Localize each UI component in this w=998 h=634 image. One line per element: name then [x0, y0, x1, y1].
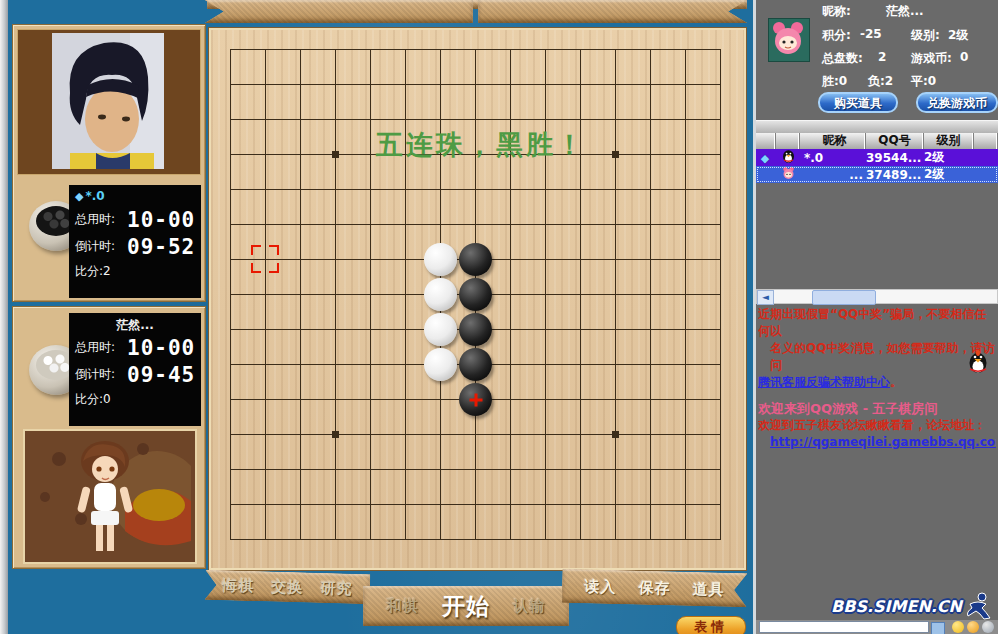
- white-stone: [424, 348, 457, 381]
- header-level: 级别: [924, 133, 974, 149]
- player-row-2[interactable]: ... 37489... 2级: [756, 166, 998, 183]
- runner-icon: [962, 592, 992, 620]
- white-stone: [424, 278, 457, 311]
- forum-invite-line: 欢迎到五子棋友论坛瞅瞅看看，论坛地址：: [758, 417, 996, 434]
- score-line: 比分:0: [75, 391, 201, 408]
- right-panel: 昵称: 茫然... 积分: -25 级别: 2级 总盘数: 2 游戏币: 0 胜…: [753, 0, 998, 634]
- coins-value: 0: [960, 50, 968, 64]
- player-row-1[interactable]: ◆ *.0 39544... 2级: [756, 149, 998, 166]
- level-value: 2级: [948, 27, 968, 44]
- forum-url-link[interactable]: http://qgameqilei.gamebbs.qq.com: [770, 435, 996, 449]
- row-level: 2级: [924, 166, 974, 183]
- black-stone: [459, 278, 492, 311]
- player-list: 昵称 QQ号 级别 ◆ *.0 39544... 2级 ...: [756, 133, 998, 183]
- player-top-card: ◆*.0 总用时:10-00 倒计时:09-52 比分:2: [12, 24, 206, 302]
- diamond-icon: ◆: [756, 151, 776, 165]
- panel-divider: [756, 120, 998, 134]
- start-button[interactable]: 开始: [442, 591, 490, 622]
- row-nick: ...: [800, 168, 866, 182]
- emote-button[interactable]: 表情: [676, 616, 746, 634]
- scam-warning-line1: 近期出现假冒“QQ中奖”骗局，不要相信任何以: [758, 306, 996, 340]
- player-bottom-name: 茫然...: [75, 317, 201, 334]
- penguin-icon: [776, 149, 800, 166]
- total-time-label: 总用时:: [75, 339, 127, 356]
- swap-button[interactable]: 交换: [271, 577, 304, 597]
- highlight-marker: [251, 245, 279, 273]
- countdown-label: 倒计时:: [75, 238, 127, 255]
- score-value: -25: [860, 27, 882, 41]
- score-line: 比分:2: [75, 263, 201, 280]
- row-level: 2级: [924, 149, 974, 166]
- player-list-header: 昵称 QQ号 级别: [756, 133, 998, 149]
- toolbar-left-ribbon: 悔棋 交换 研究: [205, 570, 371, 605]
- top-banner-left: [205, 0, 473, 23]
- level-label: 级别:: [911, 27, 940, 44]
- horizontal-scrollbar[interactable]: ◄: [756, 289, 998, 304]
- player-stat-avatar: [768, 18, 810, 62]
- window-edge: [0, 0, 8, 634]
- row-qq: 37489...: [866, 168, 924, 182]
- nick-label: 昵称:: [822, 3, 851, 20]
- last-move-cross-icon: [469, 393, 482, 406]
- items-button[interactable]: 道具: [693, 579, 725, 599]
- coins-label: 游戏币:: [911, 50, 952, 67]
- welcome-message: 欢迎来到QQ游戏 - 五子棋房间: [758, 400, 996, 417]
- header-qq: QQ号: [866, 133, 924, 149]
- player-avatar-picture: [23, 429, 197, 564]
- emoji-icon[interactable]: [967, 621, 979, 633]
- countdown-label: 倒计时:: [75, 366, 127, 383]
- game-window: ◆*.0 总用时:10-00 倒计时:09-52 比分:2 茫然... 总用时:…: [0, 0, 998, 634]
- lose-count: 负:2: [868, 73, 893, 90]
- player-top-clock: ◆*.0 总用时:10-00 倒计时:09-52 比分:2: [69, 185, 201, 298]
- row-qq: 39544...: [866, 151, 924, 165]
- countdown-value: 09-52: [127, 235, 195, 259]
- qq-penguin-icon: [968, 350, 988, 379]
- input-dropdown[interactable]: [931, 622, 945, 634]
- scroll-left-arrow[interactable]: ◄: [757, 290, 774, 305]
- player-bottom-card: 茫然... 总用时:10-00 倒计时:09-45 比分:0: [12, 306, 206, 569]
- study-button[interactable]: 研究: [320, 578, 353, 598]
- gomoku-board[interactable]: 五连珠，黑胜！: [209, 28, 746, 570]
- white-stone: [424, 313, 457, 346]
- sound-icon[interactable]: [982, 621, 994, 633]
- undo-button[interactable]: 悔棋: [222, 576, 255, 596]
- load-button[interactable]: 读入: [584, 577, 616, 597]
- webcam-video: [17, 29, 201, 175]
- scam-warning-line2: 名义的QQ中奖消息，如您需要帮助，请访问: [758, 340, 996, 374]
- result-message: 五连珠，黑胜！: [376, 127, 586, 163]
- chat-input[interactable]: [759, 621, 929, 633]
- help-center-link[interactable]: 腾讯客服反骗术帮助中心: [758, 375, 890, 389]
- smiley-icon[interactable]: [952, 621, 964, 633]
- draw-count: 平:0: [911, 73, 936, 90]
- total-time-label: 总用时:: [75, 211, 127, 228]
- total-time-value: 10-00: [127, 208, 195, 232]
- white-stone: [424, 243, 457, 276]
- player-bottom-clock: 茫然... 总用时:10-00 倒计时:09-45 比分:0: [69, 313, 201, 426]
- score-label: 积分:: [822, 27, 851, 44]
- games-label: 总盘数:: [822, 50, 863, 67]
- top-banner-right: [478, 0, 747, 23]
- black-stone: [459, 348, 492, 381]
- vip-diamond-icon: ◆: [75, 190, 83, 203]
- pink-avatar-icon: [776, 166, 800, 183]
- bbs-simen-watermark: BBS.SIMEN.CN: [831, 592, 992, 620]
- stone-layer: [213, 32, 738, 557]
- save-button[interactable]: 保存: [638, 578, 670, 598]
- chat-input-bar: [756, 620, 998, 634]
- games-value: 2: [878, 50, 886, 64]
- black-stone: [459, 243, 492, 276]
- nick-value: 茫然...: [886, 3, 924, 20]
- scrollbar-thumb[interactable]: [812, 290, 876, 305]
- countdown-value: 09-45: [127, 363, 195, 387]
- player-top-name: ◆*.0: [75, 189, 201, 206]
- chat-message-area: 近期出现假冒“QQ中奖”骗局，不要相信任何以 名义的QQ中奖消息，如您需要帮助，…: [758, 306, 996, 590]
- black-stone: [459, 313, 492, 346]
- draw-button[interactable]: 和棋: [387, 597, 419, 616]
- header-nick: 昵称: [800, 133, 866, 149]
- exchange-coins-button[interactable]: 兑换游戏币: [916, 92, 998, 113]
- win-count: 胜:0: [822, 73, 847, 90]
- toolbar-center-ribbon: 和棋 开始 认输: [363, 586, 569, 626]
- toolbar-right-ribbon: 读入 保存 道具: [562, 569, 748, 608]
- row-nick: *.0: [800, 151, 866, 165]
- buy-items-button[interactable]: 购买道具: [818, 92, 898, 113]
- total-time-value: 10-00: [127, 336, 195, 360]
- resign-button[interactable]: 认输: [514, 597, 546, 616]
- black-stone: [459, 383, 492, 416]
